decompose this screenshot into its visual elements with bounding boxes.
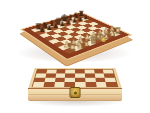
folded-board-front [28, 88, 122, 101]
folded-chess-board [28, 62, 122, 100]
black-pawn: ♟ [39, 27, 47, 34]
folded-board-top [28, 68, 122, 89]
folded-square [106, 82, 118, 87]
folded-square [54, 82, 65, 87]
folded-square [85, 82, 96, 87]
white-rook: ♜ [68, 43, 77, 52]
folded-board-grid [31, 69, 118, 87]
brass-clasp [70, 87, 81, 98]
product-photo: ♜♞♝♛♚♝♞♜♟♟♟♟♟♟♟♟♟♟♟♟♟♟♟♟♜♞♝♛♚♝♞♜ [0, 0, 150, 113]
black-pawn: ♟ [45, 25, 53, 32]
